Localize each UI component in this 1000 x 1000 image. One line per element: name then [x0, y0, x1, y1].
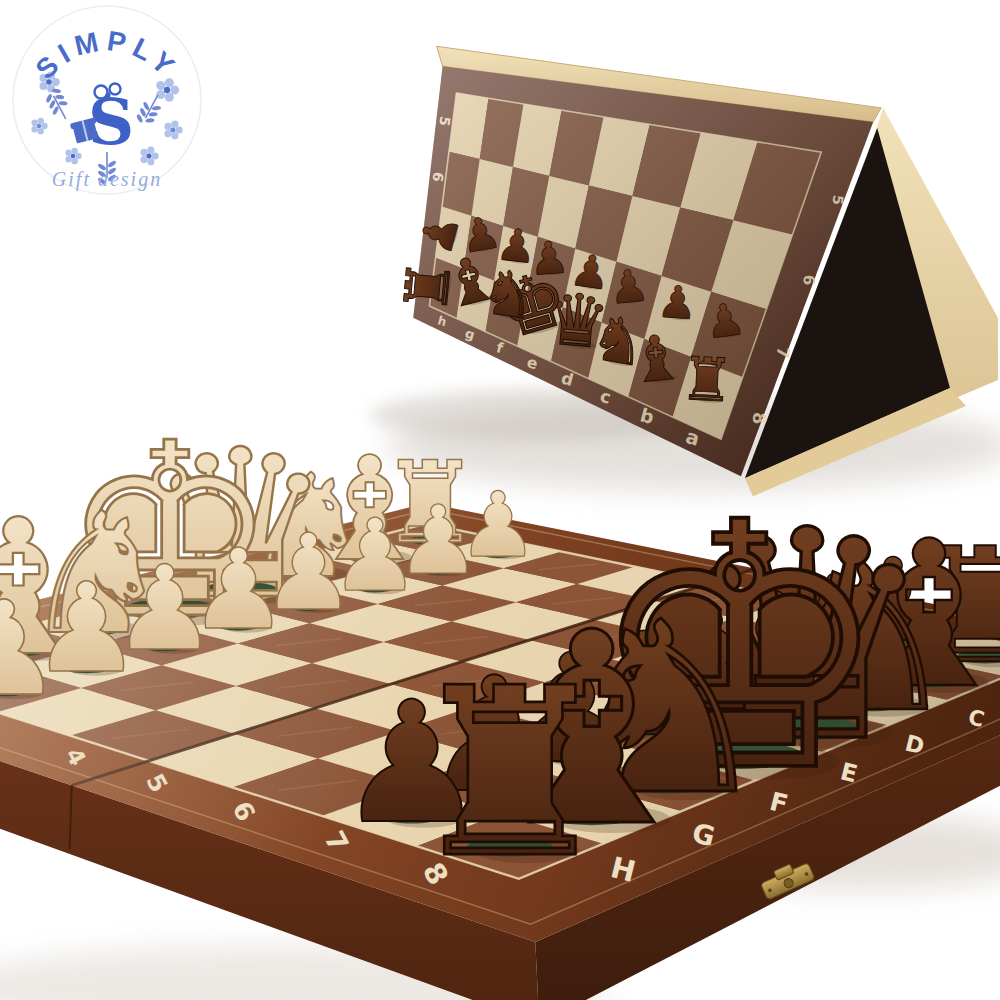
white-pawn-h2-glyph: ♟	[0, 573, 63, 725]
petal	[41, 123, 47, 129]
flower-center	[71, 154, 75, 158]
petal	[171, 132, 178, 139]
petal	[164, 123, 171, 130]
petal	[147, 147, 154, 154]
black-rook-h8: ♜	[406, 638, 615, 909]
petal	[171, 121, 178, 128]
black-rook-h8-glyph: ♜	[406, 638, 615, 909]
folded-black-r-h8-glyph: ♜	[391, 257, 464, 316]
petal	[165, 93, 174, 102]
folded-black-p-a7-glyph: ♟	[702, 293, 749, 350]
product-photo-stage: SIMPLY S Gift design 565678hgfedcba♟♟♟♟♟…	[0, 0, 1000, 1000]
folded-black-p-a7: ♟	[702, 293, 749, 350]
flower-center	[170, 127, 175, 132]
petal	[31, 120, 37, 126]
brand-logo: SIMPLY S Gift design	[13, 6, 201, 194]
petal	[164, 130, 171, 137]
logo-tagline: Gift design	[52, 168, 162, 191]
chess-set-photo: SIMPLY S Gift design 565678hgfedcba♟♟♟♟♟…	[0, 0, 1000, 1000]
folded-black-r-h8: ♜	[391, 257, 464, 316]
petal	[152, 152, 159, 159]
flower-center	[146, 153, 151, 158]
flower-center	[164, 87, 170, 93]
petal	[37, 118, 43, 124]
folded-black-r-a8-glyph: ♜	[679, 344, 736, 416]
white-pawn-h2: ♟	[0, 573, 63, 725]
petal	[140, 149, 147, 156]
folded-black-r-a8: ♜	[679, 344, 736, 416]
petal	[71, 148, 77, 154]
petal	[156, 90, 165, 99]
petal	[39, 82, 47, 90]
petal	[31, 126, 37, 132]
petal	[75, 153, 81, 159]
petal	[65, 150, 71, 156]
petal	[71, 158, 77, 164]
petal	[140, 156, 147, 163]
petal	[170, 86, 179, 95]
folded-magnetic-board: 565678hgfedcba♟♟♟♟♟♟♟♟♜♝♞♛♚♞♝♜	[370, 46, 1000, 496]
petal	[65, 156, 71, 162]
petal	[37, 128, 43, 134]
flower-center	[37, 124, 41, 128]
petal	[147, 158, 154, 165]
petal	[176, 126, 183, 133]
